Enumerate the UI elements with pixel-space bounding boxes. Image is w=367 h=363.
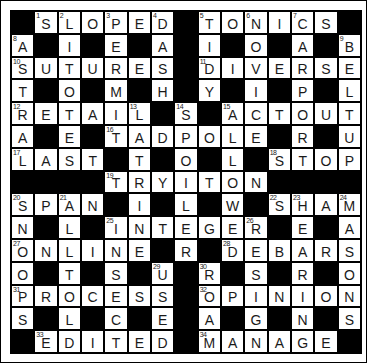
black-cell-r9c7 [151,193,174,216]
black-cell-r14c4 [81,307,104,330]
cell-letter: S [339,245,360,260]
cell-r13c10[interactable]: P [221,285,244,308]
black-cell-r4c2 [34,79,57,102]
cell-letter: I [175,176,196,191]
cell-r4c11[interactable]: I [244,79,267,102]
cell-r11c13[interactable]: A [291,239,314,262]
cell-letter: A [315,199,336,214]
black-cell-r7c11 [244,148,267,171]
cell-letter: I [269,17,290,32]
cell-r15c10[interactable]: A [221,330,244,353]
cell-r9c2[interactable]: P [34,193,57,216]
cell-r9c13[interactable]: 23H [291,193,314,216]
cell-r1c11[interactable]: 6N [244,11,267,34]
cell-letter: S [339,313,360,328]
black-cell-r3c8 [174,57,197,80]
cell-r5c10[interactable]: 15A [221,102,244,125]
cell-r13c9[interactable]: 32O [198,285,221,308]
cell-r5c12[interactable]: T [268,102,291,125]
cell-letter: S [12,313,33,328]
cell-r11c1[interactable]: 27O [11,239,34,262]
cell-r12c5[interactable]: S [104,262,127,285]
cell-letter: E [129,245,150,260]
cell-letter: R [12,108,33,123]
cell-r12c9[interactable]: 30R [198,262,221,285]
cell-r1c9[interactable]: 5T [198,11,221,34]
cell-r1c7[interactable]: 4D [151,11,174,34]
cell-letter: T [59,62,80,77]
cell-r5c3[interactable]: T [58,102,81,125]
cell-r13c13[interactable]: I [291,285,314,308]
black-cell-r14c10 [221,307,244,330]
cell-letter: M [339,199,360,214]
crossword-grid: 1S2LO3PE4D5TO6NI7CS8AIEAIOA9B10SUTURES11… [10,10,362,354]
cell-r4c15[interactable]: L [338,79,361,102]
cell-r9c4[interactable]: N [81,193,104,216]
cell-letter: E [292,222,313,237]
black-cell-r10c2 [34,216,57,239]
black-cell-r1c8 [174,11,197,34]
black-cell-r12c14 [314,262,337,285]
cell-r15c12[interactable]: A [268,330,291,353]
cell-r4c3[interactable]: O [58,79,81,102]
cell-r2c13[interactable]: A [291,34,314,57]
cell-r14c5[interactable]: C [104,307,127,330]
cell-letter: Y [152,176,173,191]
cell-r9c6[interactable]: I [128,193,151,216]
cell-letter: S [129,290,150,305]
cell-r7c4[interactable]: T [81,148,104,171]
cell-r15c5[interactable]: T [104,330,127,353]
cell-r4c5[interactable]: M [104,79,127,102]
cell-letter: P [222,290,243,305]
cell-r15c13[interactable]: G [291,330,314,353]
cell-r7c8[interactable]: O [174,148,197,171]
cell-r8c5[interactable]: 19T [104,171,127,194]
cell-letter: D [199,62,220,77]
cell-r12c15[interactable]: O [338,262,361,285]
cell-letter: I [129,199,150,214]
cell-r11c4[interactable]: I [81,239,104,262]
cell-letter: N [35,245,56,260]
black-cell-r10c12 [268,216,291,239]
cell-r4c9[interactable]: Y [198,79,221,102]
cell-letter: C [292,17,313,32]
cell-r3c2[interactable]: U [34,57,57,80]
cell-letter: O [222,17,243,32]
cell-r3c5[interactable]: R [104,57,127,80]
cell-letter: A [59,199,80,214]
black-cell-r8c14 [314,171,337,194]
cell-letter: L [59,17,80,32]
cell-r10c15[interactable]: A [338,216,361,239]
cell-r6c10[interactable]: L [221,125,244,148]
black-cell-r4c8 [174,79,197,102]
cell-r7c6[interactable]: T [128,148,151,171]
black-cell-r2c12 [268,34,291,57]
cell-r14c1[interactable]: S [11,307,34,330]
cell-r11c14[interactable]: R [314,239,337,262]
cell-r6c9[interactable]: O [198,125,221,148]
black-cell-r15c1 [11,330,34,353]
black-cell-r6c2 [34,125,57,148]
cell-r12c7[interactable]: 29U [151,262,174,285]
cell-r6c7[interactable]: D [151,125,174,148]
cell-r3c15[interactable]: E [338,57,361,80]
black-cell-r2c4 [81,34,104,57]
cell-r2c15[interactable]: 9B [338,34,361,57]
cell-letter: E [129,62,150,77]
cell-r5c4[interactable]: A [81,102,104,125]
cell-letter: A [292,40,313,55]
cell-r8c9[interactable]: T [198,171,221,194]
cell-r6c6[interactable]: A [128,125,151,148]
black-cell-r11c9 [198,239,221,262]
cell-r3c3[interactable]: T [58,57,81,80]
cell-letter: A [339,222,360,237]
cell-r7c1[interactable]: 17L [11,148,34,171]
black-cell-r12c6 [128,262,151,285]
cell-letter: E [35,336,56,351]
cell-r4c7[interactable]: H [151,79,174,102]
cell-r6c1[interactable]: A [11,125,34,148]
cell-r11c6[interactable]: E [128,239,151,262]
cell-r2c3[interactable]: I [58,34,81,57]
cell-r10c7[interactable]: T [151,216,174,239]
cell-letter: A [82,108,103,123]
cell-r1c14[interactable]: S [314,11,337,34]
cell-r13c3[interactable]: O [58,285,81,308]
cell-letter: T [82,154,103,169]
cell-letter: G [292,336,313,351]
cell-r14c7[interactable]: E [151,307,174,330]
cell-r10c6[interactable]: N [128,216,151,239]
black-cell-r8c13 [291,171,314,194]
cell-r12c1[interactable]: O [11,262,34,285]
cell-letter: D [152,131,173,146]
cell-r8c11[interactable]: N [244,171,267,194]
cell-r15c2[interactable]: 33E [34,330,57,353]
cell-letter: E [175,222,196,237]
cell-r5c13[interactable]: O [291,102,314,125]
cell-r2c5[interactable]: E [104,34,127,57]
black-cell-r14c8 [174,307,197,330]
cell-r3c13[interactable]: R [291,57,314,80]
cell-r11c10[interactable]: 28D [221,239,244,262]
cell-r1c12[interactable]: I [268,11,291,34]
cell-letter: N [292,313,313,328]
cell-letter: R [292,131,313,146]
cell-letter: I [82,336,103,351]
cell-letter: A [292,245,313,260]
cell-letter: T [199,176,220,191]
cell-r10c1[interactable]: N [11,216,34,239]
cell-letter: T [199,17,220,32]
cell-r5c14[interactable]: U [314,102,337,125]
cell-r7c12[interactable]: 18S [268,148,291,171]
cell-r10c10[interactable]: E [221,216,244,239]
cell-r5c2[interactable]: E [34,102,57,125]
black-cell-r12c2 [34,262,57,285]
cell-r11c12[interactable]: B [268,239,291,262]
cell-letter: T [59,108,80,123]
cell-letter: T [105,131,126,146]
cell-r11c5[interactable]: N [104,239,127,262]
cell-r6c8[interactable]: P [174,125,197,148]
cell-letter: L [59,313,80,328]
cell-letter: E [269,62,290,77]
cell-r9c1[interactable]: 20S [11,193,34,216]
cell-r1c2[interactable]: 1S [34,11,57,34]
black-cell-r10c4 [81,216,104,239]
black-cell-r10c14 [314,216,337,239]
cell-letter: T [105,336,126,351]
cell-r9c15[interactable]: 24M [338,193,361,216]
cell-letter: T [105,176,126,191]
cell-r15c4[interactable]: I [81,330,104,353]
black-cell-r4c14 [314,79,337,102]
cell-letter: E [35,108,56,123]
cell-r6c3[interactable]: E [58,125,81,148]
cell-r9c14[interactable]: A [314,193,337,216]
cell-r5c5[interactable]: I [104,102,127,125]
black-cell-r13c8 [174,285,197,308]
cell-r1c6[interactable]: E [128,11,151,34]
black-cell-r8c4 [81,171,104,194]
cell-r1c4[interactable]: O [81,11,104,34]
cell-letter: I [245,290,266,305]
cell-r12c11[interactable]: S [244,262,267,285]
cell-r13c1[interactable]: 31P [11,285,34,308]
cell-r14c15[interactable]: S [338,307,361,330]
cell-letter: A [269,336,290,351]
black-cell-r4c4 [81,79,104,102]
black-cell-r14c12 [268,307,291,330]
cell-r14c11[interactable]: G [244,307,267,330]
cell-r9c12[interactable]: 22S [268,193,291,216]
cell-r8c10[interactable]: O [221,171,244,194]
cell-letter: U [315,108,336,123]
cell-r14c3[interactable]: L [58,307,81,330]
cell-r3c7[interactable]: S [151,57,174,80]
cell-r7c15[interactable]: P [338,148,361,171]
cell-letter: O [59,290,80,305]
cell-letter: N [339,290,360,305]
cell-letter: S [105,268,126,283]
black-cell-r5c9 [198,102,221,125]
cell-r7c13[interactable]: T [291,148,314,171]
cell-r10c11[interactable]: 26R [244,216,267,239]
cell-r13c4[interactable]: C [81,285,104,308]
cell-r8c7[interactable]: Y [151,171,174,194]
cell-r3c9[interactable]: 11D [198,57,221,80]
cell-letter: A [222,108,243,123]
cell-r6c11[interactable]: E [244,125,267,148]
cell-r15c3[interactable]: D [58,330,81,353]
cell-letter: N [269,290,290,305]
cell-r2c11[interactable]: O [244,34,267,57]
cell-r11c3[interactable]: L [58,239,81,262]
cell-r15c11[interactable]: N [244,330,267,353]
cell-letter: E [152,313,173,328]
cell-r1c3[interactable]: 2L [58,11,81,34]
cell-letter: O [292,108,313,123]
cell-letter: A [129,131,150,146]
cell-r5c11[interactable]: C [244,102,267,125]
cell-letter: I [199,40,220,55]
cell-r3c10[interactable]: I [221,57,244,80]
cell-r1c5[interactable]: 3P [104,11,127,34]
cell-r9c3[interactable]: 21A [58,193,81,216]
cell-r3c1[interactable]: 10S [11,57,34,80]
cell-letter: P [35,199,56,214]
cell-r5c6[interactable]: 13L [128,102,151,125]
cell-r10c13[interactable]: E [291,216,314,239]
cell-r4c13[interactable]: P [291,79,314,102]
cell-r9c8[interactable]: L [174,193,197,216]
cell-letter: A [152,40,173,55]
cell-r5c8[interactable]: 14S [174,102,197,125]
cell-r4c1[interactable]: T [11,79,34,102]
cell-r7c3[interactable]: S [58,148,81,171]
cell-letter: E [245,245,266,260]
cell-letter: C [105,313,126,328]
cell-letter: L [59,245,80,260]
cell-r13c12[interactable]: N [268,285,291,308]
cell-r6c5[interactable]: 16T [104,125,127,148]
black-cell-r8c12 [268,171,291,194]
cell-r3c4[interactable]: U [81,57,104,80]
cell-letter: S [245,268,266,283]
cell-r13c2[interactable]: R [34,285,57,308]
cell-r11c15[interactable]: S [338,239,361,262]
cell-r15c14[interactable]: E [314,330,337,353]
cell-letter: N [82,199,103,214]
cell-r15c7[interactable]: D [151,330,174,353]
cell-letter: N [12,222,33,237]
black-cell-r4c10 [221,79,244,102]
cell-letter: L [222,154,243,169]
cell-letter: L [59,222,80,237]
cell-letter: N [105,245,126,260]
cell-r7c10[interactable]: L [221,148,244,171]
cell-r5c1[interactable]: 12R [11,102,34,125]
cell-r11c2[interactable]: N [34,239,57,262]
cell-r3c14[interactable]: S [314,57,337,80]
cell-r1c10[interactable]: O [221,11,244,34]
cell-letter: B [339,40,360,55]
cell-r6c13[interactable]: R [291,125,314,148]
cell-letter: I [82,245,103,260]
cell-r14c13[interactable]: N [291,307,314,330]
cell-r5c15[interactable]: T [338,102,361,125]
cell-letter: O [175,154,196,169]
cell-letter: P [12,290,33,305]
cell-r13c7[interactable]: S [151,285,174,308]
cell-r3c11[interactable]: V [244,57,267,80]
cell-r15c6[interactable]: E [128,330,151,353]
cell-letter: O [222,176,243,191]
cell-letter: O [315,290,336,305]
cell-r14c9[interactable]: A [198,307,221,330]
cell-letter: E [105,290,126,305]
cell-r15c9[interactable]: 34M [198,330,221,353]
cell-r13c15[interactable]: N [338,285,361,308]
cell-letter: M [105,85,126,100]
cell-letter: P [175,131,196,146]
cell-r2c9[interactable]: I [198,34,221,57]
cell-r1c13[interactable]: 7C [291,11,314,34]
black-cell-r14c2 [34,307,57,330]
black-cell-r15c15 [338,330,361,353]
cell-letter: E [129,336,150,351]
cell-letter: P [292,85,313,100]
cell-letter: W [222,199,243,214]
cell-r9c10[interactable]: W [221,193,244,216]
black-cell-r8c3 [58,171,81,194]
cell-letter: S [59,154,80,169]
cell-letter: A [222,336,243,351]
cell-r2c1[interactable]: 8A [11,34,34,57]
cell-letter: N [245,176,266,191]
cell-r13c11[interactable]: I [244,285,267,308]
cell-r6c15[interactable]: U [338,125,361,148]
cell-r3c12[interactable]: E [268,57,291,80]
cell-r12c13[interactable]: R [291,262,314,285]
cell-r8c6[interactable]: R [128,171,151,194]
cell-letter: L [339,85,360,100]
cell-letter: E [245,131,266,146]
black-cell-r1c15 [338,11,361,34]
cell-letter: O [82,17,103,32]
cell-r10c8[interactable]: E [174,216,197,239]
crossword-image-frame: 1S2LO3PE4D5TO6NI7CS8AIEAIOA9B10SUTURES11… [0,0,367,363]
cell-r11c8[interactable]: R [174,239,197,262]
cell-r10c5[interactable]: 25I [104,216,127,239]
black-cell-r8c1 [11,171,34,194]
cell-r7c2[interactable]: A [34,148,57,171]
cell-letter: S [35,17,56,32]
cell-r8c8[interactable]: I [174,171,197,194]
cell-r12c3[interactable]: T [58,262,81,285]
cell-letter: Y [199,85,220,100]
cell-letter: I [222,62,243,77]
cell-letter: D [59,336,80,351]
cell-r7c14[interactable]: O [314,148,337,171]
cell-letter: R [292,62,313,77]
cell-letter: A [199,313,220,328]
cell-r2c7[interactable]: A [151,34,174,57]
cell-letter: N [245,17,266,32]
cell-r3c6[interactable]: E [128,57,151,80]
cell-r13c14[interactable]: O [314,285,337,308]
cell-letter: N [129,222,150,237]
black-cell-r12c8 [174,262,197,285]
cell-letter: U [339,131,360,146]
cell-letter: S [315,17,336,32]
cell-letter: O [315,154,336,169]
cell-letter: V [245,62,266,77]
cell-r11c11[interactable]: E [244,239,267,262]
cell-letter: E [105,40,126,55]
cell-letter: U [82,62,103,77]
cell-r13c5[interactable]: E [104,285,127,308]
cell-r10c9[interactable]: G [198,216,221,239]
cell-r13c6[interactable]: S [128,285,151,308]
cell-r10c3[interactable]: L [58,216,81,239]
cell-letter: T [339,108,360,123]
cell-letter: A [12,131,33,146]
